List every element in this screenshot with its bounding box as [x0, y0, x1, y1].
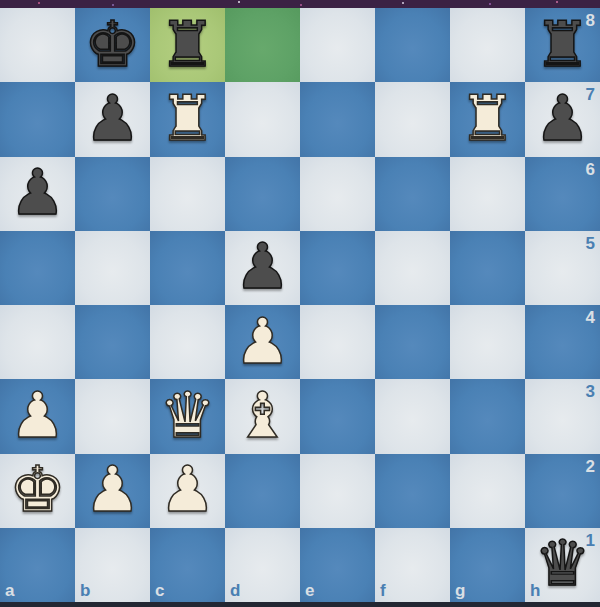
square-f3[interactable] — [375, 379, 450, 453]
piece-white-pawn[interactable]: ♟ — [9, 384, 65, 447]
background-bottom-strip — [0, 602, 600, 607]
piece-white-pawn[interactable]: ♟ — [159, 458, 215, 521]
square-a7[interactable] — [0, 82, 75, 156]
rank-label-4: 4 — [586, 309, 595, 326]
rank-label-2: 2 — [586, 458, 595, 475]
square-b3[interactable] — [75, 379, 150, 453]
square-a8[interactable] — [0, 8, 75, 82]
square-c5[interactable] — [150, 231, 225, 305]
square-g6[interactable] — [450, 157, 525, 231]
piece-black-pawn[interactable]: ♟ — [234, 235, 290, 298]
star-speck — [489, 3, 491, 5]
square-c7[interactable]: ♜ — [150, 82, 225, 156]
star-speck — [112, 4, 114, 6]
square-f5[interactable] — [375, 231, 450, 305]
square-b5[interactable] — [75, 231, 150, 305]
square-b2[interactable]: ♟ — [75, 454, 150, 528]
square-a2[interactable]: ♚ — [0, 454, 75, 528]
square-e1[interactable]: e — [300, 528, 375, 602]
square-d3[interactable]: ♝ — [225, 379, 300, 453]
rank-label-3: 3 — [586, 383, 595, 400]
square-g8[interactable] — [450, 8, 525, 82]
square-e2[interactable] — [300, 454, 375, 528]
square-h6[interactable]: 6 — [525, 157, 600, 231]
square-a5[interactable] — [0, 231, 75, 305]
piece-white-rook[interactable]: ♜ — [159, 87, 215, 150]
square-g3[interactable] — [450, 379, 525, 453]
square-f1[interactable]: f — [375, 528, 450, 602]
square-e6[interactable] — [300, 157, 375, 231]
square-g5[interactable] — [450, 231, 525, 305]
square-e3[interactable] — [300, 379, 375, 453]
piece-white-king[interactable]: ♚ — [9, 458, 65, 521]
star-speck — [556, 1, 558, 3]
file-label-f: f — [380, 582, 386, 599]
square-a6[interactable]: ♟ — [0, 157, 75, 231]
square-b8[interactable]: ♚ — [75, 8, 150, 82]
square-a3[interactable]: ♟ — [0, 379, 75, 453]
piece-white-bishop[interactable]: ♝ — [234, 384, 290, 447]
square-c4[interactable] — [150, 305, 225, 379]
square-d6[interactable] — [225, 157, 300, 231]
chess-app-screen: ♚♜♜8♟♜♜♟7♟6♟5♟4♟♛♝3♚♟♟2abcdefg♛1h — [0, 0, 600, 607]
square-c8[interactable]: ♜ — [150, 8, 225, 82]
rank-label-6: 6 — [586, 161, 595, 178]
rank-label-5: 5 — [586, 235, 595, 252]
file-label-a: a — [5, 582, 14, 599]
piece-white-rook[interactable]: ♜ — [459, 87, 515, 150]
square-g4[interactable] — [450, 305, 525, 379]
file-label-b: b — [80, 582, 90, 599]
square-g1[interactable]: g — [450, 528, 525, 602]
star-speck — [238, 1, 240, 3]
star-speck — [300, 4, 302, 6]
square-c1[interactable]: c — [150, 528, 225, 602]
square-d8[interactable] — [225, 8, 300, 82]
piece-black-queen[interactable]: ♛ — [534, 532, 590, 595]
piece-black-pawn[interactable]: ♟ — [9, 161, 65, 224]
square-d2[interactable] — [225, 454, 300, 528]
square-e7[interactable] — [300, 82, 375, 156]
star-speck — [402, 2, 404, 4]
square-h3[interactable]: 3 — [525, 379, 600, 453]
square-c6[interactable] — [150, 157, 225, 231]
square-a1[interactable]: a — [0, 528, 75, 602]
square-e8[interactable] — [300, 8, 375, 82]
square-g7[interactable]: ♜ — [450, 82, 525, 156]
file-label-g: g — [455, 582, 465, 599]
square-c3[interactable]: ♛ — [150, 379, 225, 453]
square-b4[interactable] — [75, 305, 150, 379]
file-label-d: d — [230, 582, 240, 599]
square-f2[interactable] — [375, 454, 450, 528]
file-label-c: c — [155, 582, 164, 599]
piece-white-queen[interactable]: ♛ — [159, 384, 215, 447]
piece-black-pawn[interactable]: ♟ — [534, 87, 590, 150]
square-h5[interactable]: 5 — [525, 231, 600, 305]
square-f8[interactable] — [375, 8, 450, 82]
square-d1[interactable]: d — [225, 528, 300, 602]
square-e5[interactable] — [300, 231, 375, 305]
square-g2[interactable] — [450, 454, 525, 528]
square-h7[interactable]: ♟7 — [525, 82, 600, 156]
piece-black-rook[interactable]: ♜ — [534, 13, 590, 76]
square-h8[interactable]: ♜8 — [525, 8, 600, 82]
square-d5[interactable]: ♟ — [225, 231, 300, 305]
square-h1[interactable]: ♛1h — [525, 528, 600, 602]
square-f6[interactable] — [375, 157, 450, 231]
square-b7[interactable]: ♟ — [75, 82, 150, 156]
chess-board: ♚♜♜8♟♜♜♟7♟6♟5♟4♟♛♝3♚♟♟2abcdefg♛1h — [0, 8, 600, 602]
square-d7[interactable] — [225, 82, 300, 156]
square-b6[interactable] — [75, 157, 150, 231]
piece-black-pawn[interactable]: ♟ — [84, 87, 140, 150]
piece-white-pawn[interactable]: ♟ — [234, 310, 290, 373]
piece-black-rook[interactable]: ♜ — [159, 13, 215, 76]
square-f7[interactable] — [375, 82, 450, 156]
square-d4[interactable]: ♟ — [225, 305, 300, 379]
piece-white-pawn[interactable]: ♟ — [84, 458, 140, 521]
square-b1[interactable]: b — [75, 528, 150, 602]
square-h2[interactable]: 2 — [525, 454, 600, 528]
square-a4[interactable] — [0, 305, 75, 379]
star-speck — [38, 2, 40, 4]
square-e4[interactable] — [300, 305, 375, 379]
square-f4[interactable] — [375, 305, 450, 379]
square-h4[interactable]: 4 — [525, 305, 600, 379]
square-c2[interactable]: ♟ — [150, 454, 225, 528]
piece-black-king[interactable]: ♚ — [84, 13, 140, 76]
file-label-e: e — [305, 582, 314, 599]
